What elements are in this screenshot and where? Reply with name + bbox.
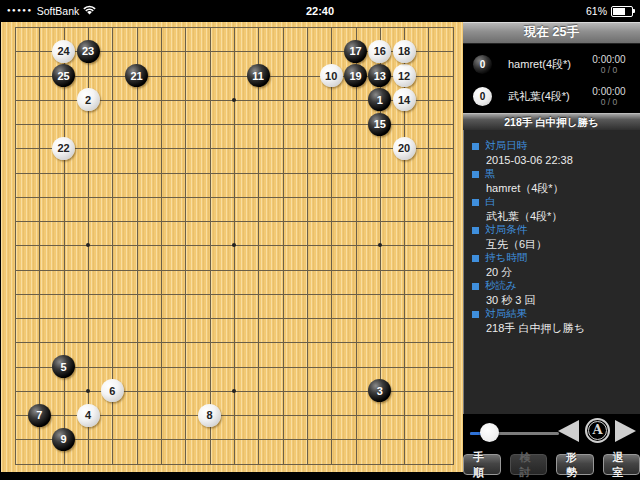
grid-line-vertical [331,27,332,465]
stone-white-8-J3: 8 [198,404,221,427]
clock-main: 0:00:00 [584,54,634,65]
wifi-icon [83,5,96,17]
info-value: hamret（4段*） [472,181,632,195]
stone-black-9-C2: 9 [52,428,75,451]
star-point [86,389,90,393]
stone-white-2-D16: 2 [77,88,100,111]
info-value: 30 秒 3 回 [472,293,632,307]
stone-black-15-Q15: 15 [368,113,391,136]
result-bar: 218手 白中押し勝ち [463,113,640,130]
battery-percent: 61% [586,5,607,17]
player-clock-white: 0:00:000 / 0 [584,86,634,107]
stone-black-25-C17: 25 [52,64,75,87]
star-point [378,243,382,247]
info-label: 対局結果 [472,307,632,321]
stone-white-18-R18: 18 [393,40,416,63]
star-point [232,389,236,393]
clock-main: 0:00:00 [584,86,634,97]
grid-line-horizontal [15,342,454,343]
info-label-text: 対局日時 [485,139,527,153]
stone-black-23-D18: 23 [77,40,100,63]
stone-black-1-Q16: 1 [368,88,391,111]
action-button-検討[interactable]: 検討 [510,454,548,475]
clock: 22:40 [306,5,334,17]
grid-line-horizontal [15,318,454,319]
info-label-text: 対局条件 [485,223,527,237]
sidebar: 現在 25手 0hamret(4段*)0:00:000 / 00武礼葉(4段*)… [463,22,640,480]
stone-white-24-C18: 24 [52,40,75,63]
bullet-icon [472,199,479,206]
bullet-icon [472,311,479,318]
bullet-icon [472,143,479,150]
bullet-icon [472,255,479,262]
info-value: 20 分 [472,265,632,279]
player-name-white: 武礼葉(4段*) [508,89,584,104]
bullet-icon [472,283,479,290]
prev-move-button[interactable] [558,420,579,442]
stone-white-14-R16: 14 [393,88,416,111]
bullet-icon [472,171,479,178]
info-label-text: 白 [485,195,496,209]
grid-line-vertical [356,27,357,465]
playback-controls: A 手順検討形勢退室 [463,414,640,480]
info-value: 互先（6目） [472,237,632,251]
grid-line-horizontal [15,270,454,271]
player-name-black: hamret(4段*) [508,57,584,72]
info-label-text: 黒 [485,167,496,181]
grid-line-vertical [258,27,259,465]
grid-line-horizontal [15,367,454,368]
stone-black-19-P17: 19 [344,64,367,87]
status-bar: ●●●●● SoftBank 22:40 61% [0,0,640,22]
star-point [232,243,236,247]
info-label: 対局日時 [472,139,632,153]
clock-periods: 0 / 0 [584,97,634,107]
slider-knob[interactable] [480,423,499,442]
game-info-panel: 対局日時2015-03-06 22:38黒hamret（4段*）白武礼葉（4段*… [463,130,640,414]
captures-badge-white: 0 [473,87,492,106]
stone-white-16-Q18: 16 [368,40,391,63]
go-board[interactable]: 1234567891011121314151617181920212223242… [1,22,463,472]
stone-white-22-C14: 22 [52,137,75,160]
grid-line-horizontal [15,464,454,465]
info-value: 218手 白中押し勝ち [472,321,632,335]
stone-black-13-Q17: 13 [368,64,391,87]
grid-line-vertical [453,27,454,465]
info-label: 対局条件 [472,223,632,237]
player-row-white: 0武礼葉(4段*)0:00:000 / 0 [469,80,634,112]
battery-icon [611,6,633,17]
action-button-退室[interactable]: 退室 [603,454,640,475]
signal-strength-icon: ●●●●● [7,7,33,13]
grid-line-horizontal [15,439,454,440]
move-counter-header: 現在 25手 [463,22,640,44]
stone-black-11-L17: 11 [247,64,270,87]
carrier-label: SoftBank [37,5,80,17]
next-move-button[interactable] [615,420,636,442]
action-buttons: 手順検討形勢退室 [463,454,640,475]
app-screen: ●●●●● SoftBank 22:40 61% 123456789101112… [0,0,640,480]
grid-line-horizontal [15,294,454,295]
grid-line-vertical [428,27,429,465]
info-label-text: 秒読み [485,279,517,293]
move-slider[interactable] [463,414,640,452]
auto-play-button[interactable]: A [585,418,610,443]
star-point [232,98,236,102]
info-label: 黒 [472,167,632,181]
stone-white-12-R17: 12 [393,64,416,87]
grid-line-vertical [307,27,308,465]
clock-periods: 0 / 0 [584,65,634,75]
bullet-icon [472,227,479,234]
captures-badge-black: 0 [473,55,492,74]
players-panel: 0hamret(4段*)0:00:000 / 00武礼葉(4段*)0:00:00… [463,44,640,113]
stone-black-5-C5: 5 [52,355,75,378]
stone-white-4-D3: 4 [77,404,100,427]
stone-white-20-R14: 20 [393,137,416,160]
player-clock-black: 0:00:000 / 0 [584,54,634,75]
info-value: 武礼葉（4段*） [472,209,632,223]
star-point [86,243,90,247]
stone-black-7-B3: 7 [28,404,51,427]
info-label: 持ち時間 [472,251,632,265]
info-value: 2015-03-06 22:38 [472,153,632,167]
player-row-black: 0hamret(4段*)0:00:000 / 0 [469,48,634,80]
grid-line-vertical [283,27,284,465]
stone-white-10-O17: 10 [320,64,343,87]
stone-black-17-P18: 17 [344,40,367,63]
action-button-形勢[interactable]: 形勢 [556,454,594,475]
stone-black-21-F17: 21 [125,64,148,87]
info-label-text: 持ち時間 [485,251,527,265]
info-label: 秒読み [472,279,632,293]
info-label-text: 対局結果 [485,307,527,321]
stone-white-6-E4: 6 [101,379,124,402]
action-button-手順[interactable]: 手順 [463,454,501,475]
auto-play-label: A [592,422,602,437]
stone-black-3-Q4: 3 [368,379,391,402]
info-label: 白 [472,195,632,209]
